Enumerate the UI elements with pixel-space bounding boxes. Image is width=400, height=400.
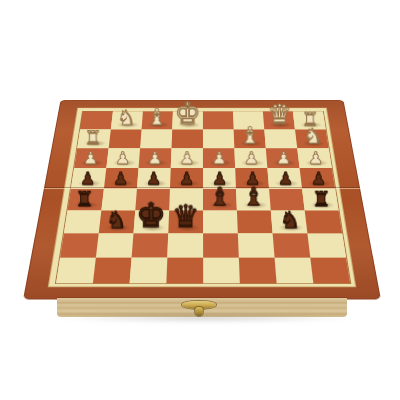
piece-white-pawn-h6[interactable]: ♟	[299, 150, 331, 167]
square-e6[interactable]: ♟	[203, 148, 235, 168]
board-inner-border: ♞♝♚♛♜♜♝♞♟♟♟♟♟♟♟♟♟♟♟♟♟♟♟♟♜♝♝♜♞♚♛♞	[48, 108, 357, 287]
piece-dark-bishop-e4[interactable]: ♝	[203, 184, 237, 209]
square-c8[interactable]: ♝	[142, 111, 173, 129]
square-g8[interactable]: ♛	[263, 111, 295, 129]
square-g7[interactable]	[264, 129, 297, 148]
square-f4[interactable]: ♝	[236, 189, 271, 211]
square-b3[interactable]: ♞	[99, 210, 136, 233]
square-h4[interactable]: ♜	[302, 189, 338, 211]
square-a4[interactable]: ♜	[67, 189, 103, 211]
chess-board-3d: ♞♝♚♛♜♜♝♞♟♟♟♟♟♟♟♟♟♟♟♟♟♟♟♟♜♝♝♜♞♚♛♞	[23, 100, 381, 299]
square-a5[interactable]: ♟	[71, 168, 106, 189]
piece-white-pawn-e6[interactable]: ♟	[203, 150, 235, 167]
square-f3[interactable]	[237, 210, 273, 233]
piece-dark-pawn-c5[interactable]: ♟	[137, 170, 170, 187]
square-a6[interactable]: ♟	[74, 148, 109, 168]
square-c7[interactable]	[140, 129, 172, 148]
square-f7[interactable]: ♝	[234, 129, 266, 148]
square-b2[interactable]	[96, 233, 134, 257]
square-d8[interactable]: ♚	[172, 111, 203, 129]
square-b8[interactable]: ♞	[111, 111, 143, 129]
square-g3[interactable]: ♞	[271, 210, 308, 233]
square-h6[interactable]: ♟	[297, 148, 332, 168]
piece-dark-knight-g3[interactable]: ♞	[273, 209, 308, 232]
piece-dark-rook-h4[interactable]: ♜	[305, 189, 339, 210]
piece-white-pawn-d6[interactable]: ♟	[171, 150, 203, 167]
piece-dark-bishop-f4[interactable]: ♝	[237, 184, 271, 209]
square-h5[interactable]: ♟	[300, 168, 335, 189]
piece-white-pawn-b6[interactable]: ♟	[106, 150, 138, 167]
piece-white-knight-b8[interactable]: ♞	[111, 108, 142, 128]
square-e2[interactable]	[203, 233, 239, 257]
square-c5[interactable]: ♟	[137, 168, 171, 189]
piece-white-pawn-g6[interactable]: ♟	[267, 150, 299, 167]
piece-dark-rook-a4[interactable]: ♜	[68, 189, 102, 210]
square-a7[interactable]: ♜	[77, 129, 111, 148]
square-c2[interactable]	[132, 233, 169, 257]
square-a3[interactable]	[64, 210, 101, 233]
product-photo-stage: ♞♝♚♛♜♜♝♞♟♟♟♟♟♟♟♟♟♟♟♟♟♟♟♟♜♝♝♜♞♚♛♞	[0, 0, 400, 400]
piece-white-knight-h7[interactable]: ♞	[297, 126, 328, 147]
piece-dark-queen-d3[interactable]: ♛	[168, 201, 203, 232]
square-g5[interactable]: ♟	[267, 168, 302, 189]
square-d7[interactable]	[172, 129, 203, 148]
square-b6[interactable]: ♟	[106, 148, 140, 168]
piece-white-queen-g8[interactable]: ♛	[264, 101, 295, 128]
square-d5[interactable]: ♟	[170, 168, 203, 189]
piece-white-bishop-c8[interactable]: ♝	[142, 106, 173, 128]
piece-white-pawn-c6[interactable]: ♟	[139, 150, 171, 167]
piece-dark-pawn-g5[interactable]: ♟	[269, 170, 302, 187]
square-h3[interactable]	[305, 210, 343, 233]
square-g6[interactable]: ♟	[266, 148, 300, 168]
square-d2[interactable]	[167, 233, 203, 257]
piece-white-bishop-f7[interactable]: ♝	[234, 124, 265, 147]
square-a2[interactable]	[60, 233, 99, 257]
piece-white-rook-a7[interactable]: ♜	[77, 128, 108, 147]
square-b5[interactable]: ♟	[104, 168, 139, 189]
square-d3[interactable]: ♛	[168, 210, 203, 233]
piece-white-pawn-a6[interactable]: ♟	[74, 150, 106, 167]
square-f6[interactable]: ♟	[234, 148, 267, 168]
piece-dark-pawn-h5[interactable]: ♟	[302, 170, 335, 187]
piece-white-king-d8[interactable]: ♚	[172, 99, 203, 129]
square-f2[interactable]	[238, 233, 275, 257]
square-c3[interactable]: ♚	[133, 210, 169, 233]
piece-dark-pawn-d5[interactable]: ♟	[170, 170, 203, 187]
square-e4[interactable]: ♝	[203, 189, 237, 211]
piece-dark-pawn-a5[interactable]: ♟	[71, 170, 104, 187]
square-e8[interactable]	[203, 111, 234, 129]
square-h2[interactable]	[307, 233, 346, 257]
square-g2[interactable]	[273, 233, 311, 257]
piece-dark-pawn-b5[interactable]: ♟	[104, 170, 137, 187]
piece-dark-king-c3[interactable]: ♚	[134, 198, 169, 232]
piece-dark-knight-b3[interactable]: ♞	[99, 209, 134, 232]
square-e3[interactable]	[203, 210, 238, 233]
square-h7[interactable]: ♞	[295, 129, 329, 148]
drop-shadow	[60, 314, 350, 322]
square-b7[interactable]	[109, 129, 142, 148]
square-e7[interactable]	[203, 129, 234, 148]
piece-white-pawn-f6[interactable]: ♟	[235, 150, 267, 167]
square-d6[interactable]: ♟	[171, 148, 203, 168]
square-c6[interactable]: ♟	[139, 148, 172, 168]
